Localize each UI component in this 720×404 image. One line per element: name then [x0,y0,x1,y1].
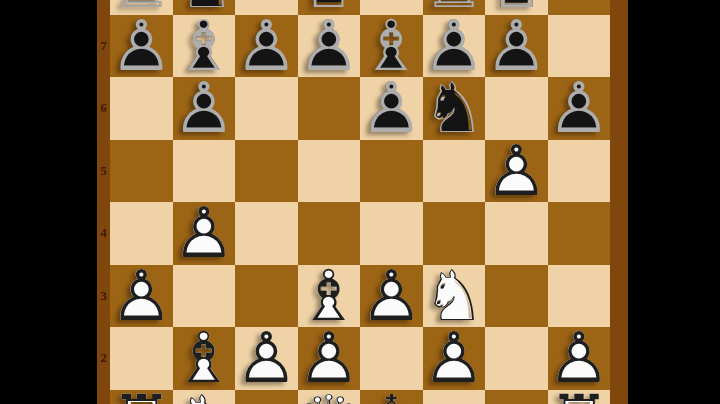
square-c7: ♟♙ [235,15,298,78]
square-c5 [235,140,298,203]
board-frame-right [610,0,628,404]
white-pawn-detail: ♙ [173,202,236,265]
square-a7: ♟♙ [110,15,173,78]
square-c6 [235,77,298,140]
square-a6 [110,77,173,140]
rank-label-7: 7 [97,15,110,78]
piece-white-pawn: ♟♙ [173,202,236,265]
white-pawn-detail: ♙ [423,327,486,390]
white-pawn-detail: ♙ [110,265,173,328]
rank-label-4: 4 [97,202,110,265]
white-knight-detail: ♘ [173,390,236,404]
white-queen-detail: ♕ [298,390,361,404]
square-g5: ♟♙ [485,140,548,203]
piece-white-pawn: ♟♙ [485,140,548,203]
square-e5 [360,140,423,203]
square-g3 [485,265,548,328]
video-frame: 765432 ♜♖♞♘♛♕♜♖♚♔♟♙♝♗♟♙♟♙♝♗♟♙♟♙♟♙♟♙♞♘♟♙♟… [0,0,720,404]
square-d1: ♛♕ [298,390,361,404]
black-pawn-detail: ♙ [173,77,236,140]
white-pawn-detail: ♙ [485,140,548,203]
square-h4 [548,202,611,265]
piece-black-pawn: ♟♙ [298,15,361,78]
piece-white-pawn: ♟♙ [235,327,298,390]
piece-black-knight: ♞♘ [423,77,486,140]
piece-black-pawn: ♟♙ [485,15,548,78]
square-b4: ♟♙ [173,202,236,265]
square-h5 [548,140,611,203]
piece-black-pawn: ♟♙ [360,77,423,140]
square-b6: ♟♙ [173,77,236,140]
square-e1: ♚♔ [360,390,423,404]
square-a5 [110,140,173,203]
piece-white-queen: ♛♕ [298,390,361,404]
piece-black-pawn: ♟♙ [235,15,298,78]
square-h6: ♟♙ [548,77,611,140]
piece-white-rook: ♜♖ [110,390,173,404]
square-e6: ♟♙ [360,77,423,140]
white-king-detail: ♔ [360,390,423,404]
rank-label-6: 6 [97,77,110,140]
square-a3: ♟♙ [110,265,173,328]
square-c2: ♟♙ [235,327,298,390]
square-d6 [298,77,361,140]
chess-board: 765432 ♜♖♞♘♛♕♜♖♚♔♟♙♝♗♟♙♟♙♝♗♟♙♟♙♟♙♟♙♞♘♟♙♟… [97,0,628,404]
square-g7: ♟♙ [485,15,548,78]
piece-white-rook: ♜♖ [548,390,611,404]
white-rook-detail: ♖ [110,390,173,404]
square-g2 [485,327,548,390]
board-squares: ♜♖♞♘♛♕♜♖♚♔♟♙♝♗♟♙♟♙♝♗♟♙♟♙♟♙♟♙♞♘♟♙♟♙♟♙♟♙♝♗… [110,0,610,404]
piece-black-pawn: ♟♙ [110,15,173,78]
square-c4 [235,202,298,265]
board-frame-left: 765432 [97,0,110,404]
piece-white-pawn: ♟♙ [423,327,486,390]
square-g4 [485,202,548,265]
white-pawn-detail: ♙ [360,265,423,328]
black-pawn-detail: ♙ [485,15,548,78]
rank-label-5: 5 [97,140,110,203]
rank-label-2: 2 [97,327,110,390]
square-h1: ♜♖ [548,390,611,404]
piece-white-pawn: ♟♙ [110,265,173,328]
square-h8 [548,0,611,15]
square-c1 [235,390,298,404]
square-e3: ♟♙ [360,265,423,328]
square-g1 [485,390,548,404]
square-f1 [423,390,486,404]
black-pawn-detail: ♙ [360,77,423,140]
white-rook-detail: ♖ [548,390,611,404]
black-pawn-detail: ♙ [235,15,298,78]
rank-label-3: 3 [97,265,110,328]
square-f6: ♞♘ [423,77,486,140]
white-pawn-detail: ♙ [235,327,298,390]
piece-white-knight: ♞♘ [173,390,236,404]
square-b1: ♞♘ [173,390,236,404]
square-d5 [298,140,361,203]
square-f2: ♟♙ [423,327,486,390]
square-f5 [423,140,486,203]
piece-black-pawn: ♟♙ [548,77,611,140]
piece-white-pawn: ♟♙ [360,265,423,328]
square-a1: ♜♖ [110,390,173,404]
piece-black-pawn: ♟♙ [173,77,236,140]
square-d7: ♟♙ [298,15,361,78]
piece-white-king: ♚♔ [360,390,423,404]
black-knight-detail: ♘ [423,77,486,140]
black-pawn-detail: ♙ [298,15,361,78]
black-pawn-detail: ♙ [548,77,611,140]
black-pawn-detail: ♙ [110,15,173,78]
